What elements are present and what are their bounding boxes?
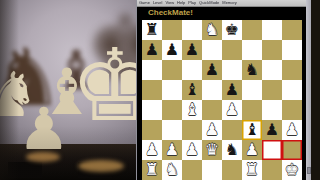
square-d3[interactable]: ♟ [202,120,222,140]
square-h2[interactable] [282,140,302,160]
piece-white-pawn[interactable]: ♟ [222,100,242,120]
square-h4[interactable] [282,100,302,120]
square-c5[interactable]: ♝ [182,80,202,100]
square-b3[interactable] [162,120,182,140]
square-g5[interactable] [262,80,282,100]
square-d1[interactable] [202,160,222,180]
piece-black-rook[interactable]: ♜ [142,20,162,40]
square-b6[interactable] [162,60,182,80]
square-f3[interactable]: ♝ [242,120,262,140]
chess-app-window: GameLevelViewHelpPlayQuickModeMemory Che… [136,0,310,180]
square-b7[interactable]: ♟ [162,40,182,60]
piece-white-pawn[interactable]: ♟ [182,140,202,160]
square-g1[interactable] [262,160,282,180]
square-e2[interactable]: ♞ [222,140,242,160]
square-h3[interactable]: ♟ [282,120,302,140]
square-b8[interactable] [162,20,182,40]
square-a6[interactable] [142,60,162,80]
square-g7[interactable] [262,40,282,60]
square-c7[interactable]: ♟ [182,40,202,60]
checkmate-status-label: CheckMate! [148,7,193,18]
piece-white-rook[interactable]: ♜ [142,160,162,180]
square-d7[interactable] [202,40,222,60]
menu-view[interactable]: View [165,0,174,6]
piece-white-king[interactable]: ♚ [282,160,302,180]
square-d5[interactable] [202,80,222,100]
square-d6[interactable]: ♟ [202,60,222,80]
square-h7[interactable] [282,40,302,60]
square-g2[interactable] [262,140,282,160]
square-d2[interactable]: ♛ [202,140,222,160]
square-b1[interactable]: ♞ [162,160,182,180]
square-c6[interactable] [182,60,202,80]
piece-white-knight[interactable]: ♞ [202,20,222,40]
square-h8[interactable] [282,20,302,40]
piece-black-pawn[interactable]: ♟ [142,40,162,60]
square-d8[interactable]: ♞ [202,20,222,40]
square-d4[interactable] [202,100,222,120]
square-f7[interactable] [242,40,262,60]
menu-memory[interactable]: Memory [222,0,236,6]
square-a4[interactable] [142,100,162,120]
square-e6[interactable] [222,60,242,80]
square-h5[interactable] [282,80,302,100]
piece-white-knight[interactable]: ♞ [162,160,182,180]
piece-black-pawn[interactable]: ♟ [222,80,242,100]
square-c1[interactable] [182,160,202,180]
square-b4[interactable] [162,100,182,120]
piece-white-rook[interactable]: ♜ [242,160,262,180]
square-f4[interactable] [242,100,262,120]
square-e5[interactable]: ♟ [222,80,242,100]
piece-black-knight[interactable]: ♞ [242,60,262,80]
square-c3[interactable] [182,120,202,140]
square-f5[interactable] [242,80,262,100]
square-c8[interactable] [182,20,202,40]
piece-white-queen[interactable]: ♛ [202,140,222,160]
menu-play[interactable]: Play [188,0,196,6]
piece-black-pawn[interactable]: ♟ [162,40,182,60]
square-e1[interactable] [222,160,242,180]
window-resize-grip[interactable] [307,167,311,174]
square-a3[interactable] [142,120,162,140]
square-f8[interactable] [242,20,262,40]
piece-black-bishop[interactable]: ♝ [182,80,202,100]
square-g4[interactable] [262,100,282,120]
square-a7[interactable]: ♟ [142,40,162,60]
piece-black-bishop[interactable]: ♝ [242,120,262,140]
piece-white-pawn[interactable]: ♟ [142,140,162,160]
square-f6[interactable]: ♞ [242,60,262,80]
square-a5[interactable] [142,80,162,100]
menu-help[interactable]: Help [177,0,185,6]
square-b5[interactable] [162,80,182,100]
square-f2[interactable]: ♟ [242,140,262,160]
piece-black-knight[interactable]: ♞ [222,140,242,160]
piece-white-pawn[interactable]: ♟ [242,140,262,160]
piece-white-bishop[interactable]: ♝ [182,100,202,120]
square-f1[interactable]: ♜ [242,160,262,180]
piece-white-pawn[interactable]: ♟ [162,140,182,160]
piece-black-king[interactable]: ♚ [222,20,242,40]
chess-set-photo: ♞ ♝ ♚ ♞ ♝ ♟ ♚ [0,0,136,180]
square-g3[interactable]: ♟ [262,120,282,140]
window-right-frame [306,0,311,180]
piece-black-pawn[interactable]: ♟ [182,40,202,60]
piece-white-pawn[interactable]: ♟ [282,120,302,140]
menu-bar: GameLevelViewHelpPlayQuickModeMemory [137,0,311,7]
square-a8[interactable]: ♜ [142,20,162,40]
square-e7[interactable] [222,40,242,60]
menu-quickmode[interactable]: QuickMode [199,0,219,6]
square-c4[interactable]: ♝ [182,100,202,120]
square-b2[interactable]: ♟ [162,140,182,160]
square-a1[interactable]: ♜ [142,160,162,180]
square-g8[interactable] [262,20,282,40]
square-h1[interactable]: ♚ [282,160,302,180]
square-e8[interactable]: ♚ [222,20,242,40]
square-a2[interactable]: ♟ [142,140,162,160]
piece-white-pawn[interactable]: ♟ [202,120,222,140]
piece-black-pawn[interactable]: ♟ [202,60,222,80]
piece-black-pawn[interactable]: ♟ [262,120,282,140]
chess-board: ♜♞♚♟♟♟♟♞♝♟♝♟♟♝♟♟♟♟♟♛♞♟♜♞♜♚ [142,20,302,180]
square-e3[interactable] [222,120,242,140]
square-c2[interactable]: ♟ [182,140,202,160]
square-h6[interactable] [282,60,302,80]
square-e4[interactable]: ♟ [222,100,242,120]
photo-vignette [0,0,136,180]
menu-level[interactable]: Level [153,0,163,6]
square-g6[interactable] [262,60,282,80]
menu-game[interactable]: Game [139,0,150,6]
